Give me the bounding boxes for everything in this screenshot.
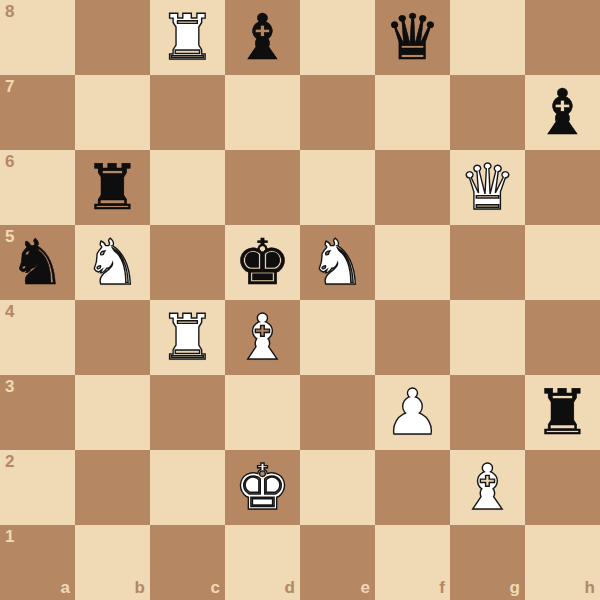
square-d8[interactable]: ♝ (225, 0, 300, 75)
piece-white-rook-c8[interactable]: ♜ (159, 0, 215, 75)
square-d4[interactable]: ♝ (225, 300, 300, 375)
square-g2[interactable]: ♝ (450, 450, 525, 525)
square-e7[interactable] (300, 75, 375, 150)
square-a5[interactable]: 5♞ (0, 225, 75, 300)
square-c7[interactable] (150, 75, 225, 150)
square-h5[interactable] (525, 225, 600, 300)
square-g5[interactable] (450, 225, 525, 300)
piece-white-bishop-d4[interactable]: ♝ (234, 300, 290, 375)
piece-black-rook-h3[interactable]: ♜ (534, 375, 590, 450)
square-f4[interactable] (375, 300, 450, 375)
file-label-b: b (135, 578, 145, 598)
square-g7[interactable] (450, 75, 525, 150)
piece-black-queen-f8[interactable]: ♛ (384, 0, 440, 75)
piece-black-king-d5[interactable]: ♚ (234, 225, 290, 300)
file-label-c: c (211, 578, 220, 598)
piece-black-bishop-d8[interactable]: ♝ (234, 0, 290, 75)
square-c6[interactable] (150, 150, 225, 225)
square-a3[interactable]: 3 (0, 375, 75, 450)
piece-black-knight-a5[interactable]: ♞ (9, 225, 65, 300)
rank-label-1: 1 (5, 527, 14, 547)
square-e6[interactable] (300, 150, 375, 225)
square-a4[interactable]: 4 (0, 300, 75, 375)
square-h6[interactable] (525, 150, 600, 225)
square-g8[interactable] (450, 0, 525, 75)
square-e3[interactable] (300, 375, 375, 450)
square-b5[interactable]: ♞ (75, 225, 150, 300)
rank-label-6: 6 (5, 152, 14, 172)
square-b1[interactable]: b (75, 525, 150, 600)
square-a2[interactable]: 2 (0, 450, 75, 525)
file-label-g: g (510, 578, 520, 598)
square-a7[interactable]: 7 (0, 75, 75, 150)
square-h7[interactable]: ♝ (525, 75, 600, 150)
square-f8[interactable]: ♛ (375, 0, 450, 75)
file-label-a: a (61, 578, 70, 598)
square-a8[interactable]: 8 (0, 0, 75, 75)
square-f2[interactable] (375, 450, 450, 525)
piece-white-rook-c4[interactable]: ♜ (159, 300, 215, 375)
rank-label-7: 7 (5, 77, 14, 97)
square-e8[interactable] (300, 0, 375, 75)
piece-black-rook-b6[interactable]: ♜ (84, 150, 140, 225)
square-e4[interactable] (300, 300, 375, 375)
square-b7[interactable] (75, 75, 150, 150)
square-d2[interactable]: ♚ (225, 450, 300, 525)
square-d1[interactable]: d (225, 525, 300, 600)
square-h4[interactable] (525, 300, 600, 375)
chess-board: 8♜♝♛7♝6♜♛5♞♞♚♞4♜♝3♟♜2♚♝1abcdefgh (0, 0, 600, 600)
square-d5[interactable]: ♚ (225, 225, 300, 300)
piece-white-knight-e5[interactable]: ♞ (309, 225, 365, 300)
file-label-e: e (361, 578, 370, 598)
piece-white-king-d2[interactable]: ♚ (234, 450, 290, 525)
square-f3[interactable]: ♟ (375, 375, 450, 450)
square-e5[interactable]: ♞ (300, 225, 375, 300)
square-h3[interactable]: ♜ (525, 375, 600, 450)
rank-label-2: 2 (5, 452, 14, 472)
rank-label-4: 4 (5, 302, 14, 322)
piece-black-bishop-h7[interactable]: ♝ (534, 75, 590, 150)
square-f6[interactable] (375, 150, 450, 225)
piece-white-knight-b5[interactable]: ♞ (84, 225, 140, 300)
square-d7[interactable] (225, 75, 300, 150)
square-g1[interactable]: g (450, 525, 525, 600)
piece-white-bishop-g2[interactable]: ♝ (459, 450, 515, 525)
square-b4[interactable] (75, 300, 150, 375)
square-h8[interactable] (525, 0, 600, 75)
file-label-f: f (439, 578, 445, 598)
square-c3[interactable] (150, 375, 225, 450)
square-e2[interactable] (300, 450, 375, 525)
square-b6[interactable]: ♜ (75, 150, 150, 225)
square-d6[interactable] (225, 150, 300, 225)
square-c1[interactable]: c (150, 525, 225, 600)
square-c2[interactable] (150, 450, 225, 525)
square-f7[interactable] (375, 75, 450, 150)
square-g4[interactable] (450, 300, 525, 375)
piece-white-pawn-f3[interactable]: ♟ (384, 375, 440, 450)
square-e1[interactable]: e (300, 525, 375, 600)
square-c4[interactable]: ♜ (150, 300, 225, 375)
file-label-d: d (285, 578, 295, 598)
rank-label-8: 8 (5, 2, 14, 22)
piece-white-queen-g6[interactable]: ♛ (459, 150, 515, 225)
square-c8[interactable]: ♜ (150, 0, 225, 75)
rank-label-3: 3 (5, 377, 14, 397)
square-f1[interactable]: f (375, 525, 450, 600)
square-b3[interactable] (75, 375, 150, 450)
square-a6[interactable]: 6 (0, 150, 75, 225)
square-h1[interactable]: h (525, 525, 600, 600)
square-b8[interactable] (75, 0, 150, 75)
square-g3[interactable] (450, 375, 525, 450)
square-g6[interactable]: ♛ (450, 150, 525, 225)
file-label-h: h (585, 578, 595, 598)
square-h2[interactable] (525, 450, 600, 525)
square-a1[interactable]: 1a (0, 525, 75, 600)
square-b2[interactable] (75, 450, 150, 525)
square-c5[interactable] (150, 225, 225, 300)
square-d3[interactable] (225, 375, 300, 450)
square-f5[interactable] (375, 225, 450, 300)
